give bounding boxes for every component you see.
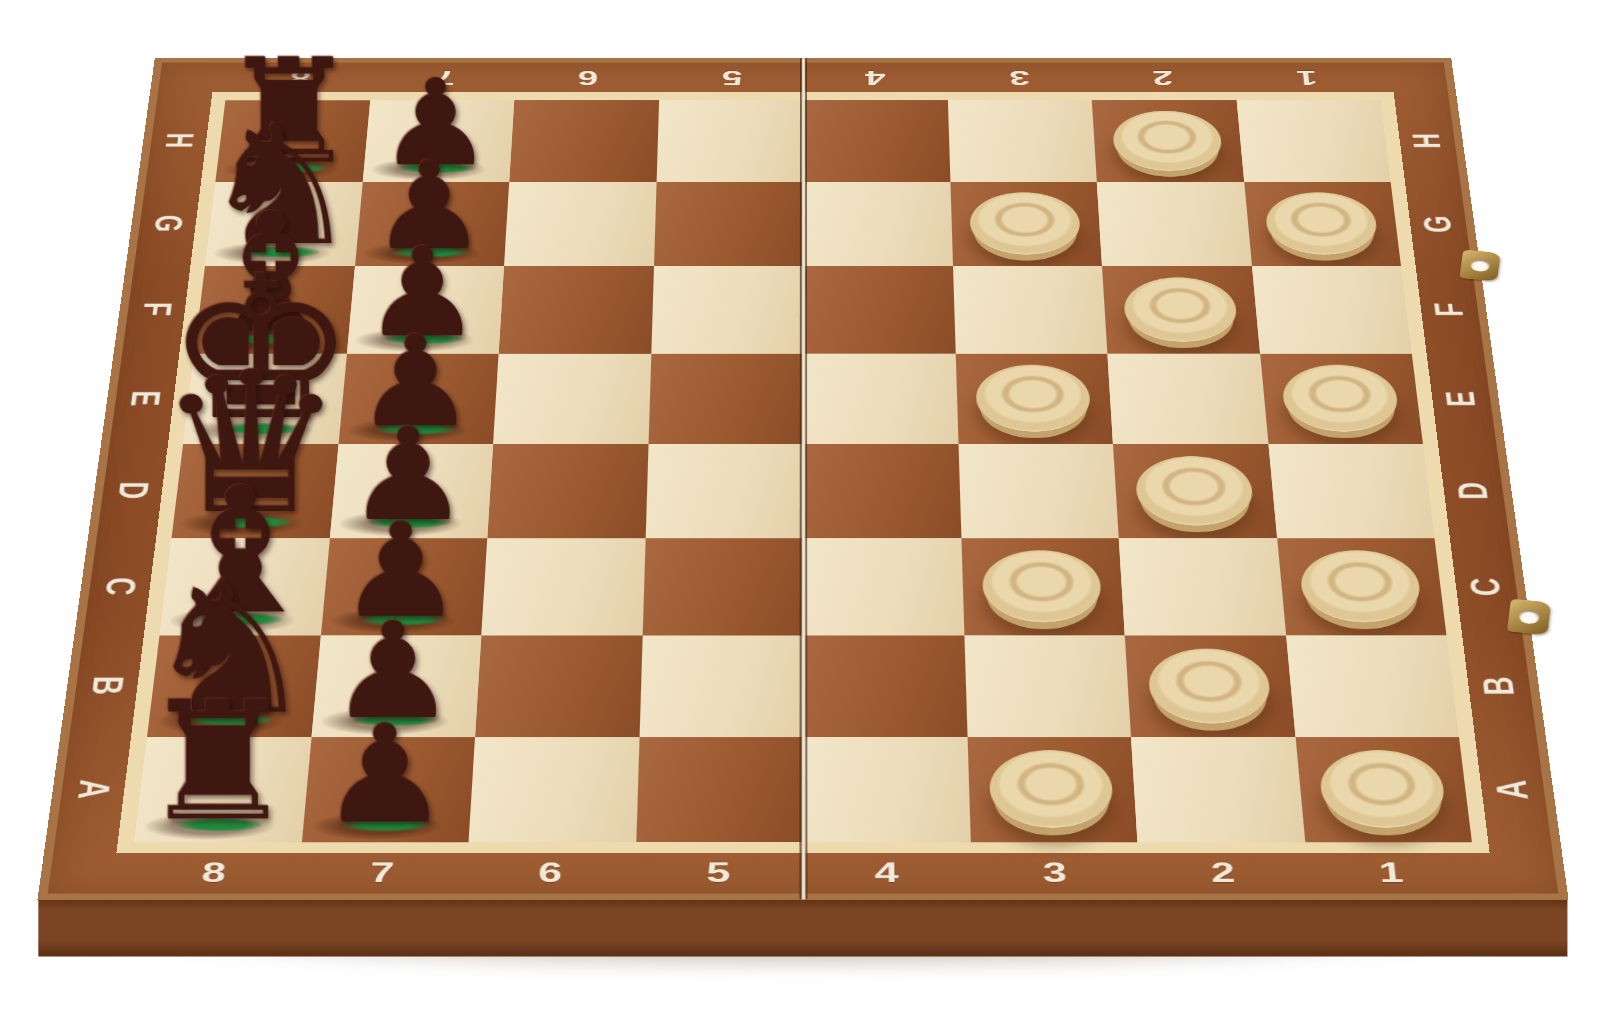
rank-label-5: 5 — [634, 854, 803, 892]
rank-label-3: 3 — [970, 854, 1140, 892]
light-checker-disc[interactable] — [981, 550, 1102, 622]
square-d3[interactable] — [957, 444, 1118, 538]
light-checker-disc[interactable] — [1111, 111, 1223, 171]
brass-latch-icon — [1459, 250, 1500, 282]
file-label-h: H — [1352, 126, 1501, 154]
product-photo-scene: 87654321 87654321 HGFEDCBA HGFEDCBA ♜♟♞♟… — [0, 0, 1605, 1024]
square-a7[interactable]: ♟ — [301, 737, 475, 842]
square-d4[interactable] — [803, 444, 961, 538]
square-b1[interactable] — [1285, 635, 1458, 736]
file-label-f: F — [1372, 294, 1527, 324]
square-c2[interactable] — [1118, 538, 1285, 636]
light-checker-disc[interactable] — [1298, 550, 1424, 622]
rank-label-7: 7 — [296, 854, 467, 892]
light-checker-disc[interactable] — [1280, 365, 1401, 432]
square-h5[interactable] — [656, 100, 803, 181]
square-a4[interactable] — [803, 737, 970, 842]
square-g2[interactable] — [1096, 182, 1251, 266]
square-g3[interactable] — [949, 182, 1101, 266]
square-c3[interactable] — [960, 538, 1124, 636]
file-label-g: G — [1362, 209, 1514, 238]
square-h6[interactable] — [509, 100, 658, 181]
square-c5[interactable] — [642, 538, 803, 636]
rank-label-2: 2 — [1138, 854, 1309, 892]
square-h3[interactable] — [947, 100, 1096, 181]
square-f5[interactable] — [650, 266, 802, 353]
light-checker-disc[interactable] — [1146, 648, 1272, 723]
square-d5[interactable] — [645, 444, 803, 538]
folding-game-board: 87654321 87654321 HGFEDCBA HGFEDCBA ♜♟♞♟… — [37, 58, 1568, 899]
rank-label-6: 6 — [514, 64, 659, 92]
light-checker-disc[interactable] — [1317, 750, 1448, 828]
box-front-edge — [38, 894, 1567, 957]
rank-label-1: 1 — [1232, 64, 1379, 92]
light-checker-disc[interactable] — [1122, 277, 1239, 342]
black-pawn-piece[interactable]: ♟ — [319, 713, 451, 838]
square-g6[interactable] — [503, 182, 655, 266]
light-checker-disc[interactable] — [975, 365, 1092, 432]
square-f6[interactable] — [498, 266, 653, 353]
black-rook-piece[interactable]: ♜ — [138, 687, 297, 838]
rank-label-4: 4 — [803, 854, 972, 892]
square-a3[interactable] — [966, 737, 1136, 842]
square-h2[interactable] — [1091, 100, 1243, 181]
square-c6[interactable] — [481, 538, 645, 636]
mahogany-frame: 87654321 87654321 HGFEDCBA HGFEDCBA ♜♟♞♟… — [37, 58, 1568, 899]
square-b3[interactable] — [963, 635, 1130, 736]
light-checker-disc[interactable] — [969, 192, 1082, 254]
rank-label-6: 6 — [465, 854, 635, 892]
rank-label-2: 2 — [1089, 64, 1235, 92]
square-g4[interactable] — [803, 182, 953, 266]
rank-label-4: 4 — [803, 64, 947, 92]
light-checker-disc[interactable] — [988, 750, 1114, 828]
square-e6[interactable] — [493, 353, 651, 444]
square-b6[interactable] — [475, 635, 642, 736]
square-f4[interactable] — [803, 266, 955, 353]
square-b4[interactable] — [803, 635, 967, 736]
square-e5[interactable] — [648, 353, 803, 444]
square-g5[interactable] — [653, 182, 803, 266]
square-a6[interactable] — [468, 737, 638, 842]
rank-label-1: 1 — [1305, 854, 1477, 892]
square-c1[interactable] — [1276, 538, 1446, 636]
square-e4[interactable] — [803, 353, 958, 444]
rank-label-8: 8 — [127, 854, 299, 892]
rank-label-3: 3 — [946, 64, 1091, 92]
square-a2[interactable] — [1130, 737, 1304, 842]
square-e3[interactable] — [955, 353, 1113, 444]
rank-label-5: 5 — [658, 64, 802, 92]
square-f3[interactable] — [952, 266, 1107, 353]
square-h4[interactable] — [803, 100, 950, 181]
square-f2[interactable] — [1102, 266, 1260, 353]
square-d2[interactable] — [1112, 444, 1276, 538]
square-a8[interactable]: ♜ — [134, 737, 311, 842]
square-a1[interactable] — [1294, 737, 1471, 842]
file-label-b: B — [1415, 668, 1582, 703]
square-e2[interactable] — [1107, 353, 1268, 444]
square-a5[interactable] — [635, 737, 802, 842]
square-b5[interactable] — [639, 635, 803, 736]
square-c4[interactable] — [803, 538, 964, 636]
light-checker-disc[interactable] — [1263, 192, 1379, 254]
square-d6[interactable] — [487, 444, 648, 538]
light-checker-disc[interactable] — [1133, 456, 1254, 526]
square-b2[interactable] — [1124, 635, 1294, 736]
